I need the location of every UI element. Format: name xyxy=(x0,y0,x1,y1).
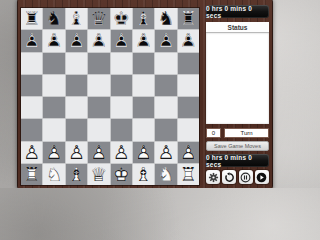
square-g8[interactable]: ♞♘ xyxy=(155,8,176,29)
white-knight[interactable]: ♞♘ xyxy=(43,164,64,185)
square-c7[interactable]: ♟♙ xyxy=(66,30,87,51)
square-b8[interactable]: ♞♘ xyxy=(43,8,64,29)
black-pawn[interactable]: ♟♙ xyxy=(66,30,87,51)
square-h1[interactable]: ♜♖ xyxy=(178,164,199,185)
black-pawn[interactable]: ♟♙ xyxy=(43,30,64,51)
square-c5[interactable] xyxy=(66,75,87,96)
square-f4[interactable] xyxy=(133,97,154,118)
square-d1[interactable]: ♛♕ xyxy=(88,164,109,185)
square-e1[interactable]: ♚♔ xyxy=(111,164,132,185)
square-d8[interactable]: ♛♕ xyxy=(88,8,109,29)
square-h2[interactable]: ♟♙ xyxy=(178,142,199,163)
square-h4[interactable] xyxy=(178,97,199,118)
square-f2[interactable]: ♟♙ xyxy=(133,142,154,163)
square-a6[interactable] xyxy=(21,53,42,74)
square-e8[interactable]: ♚♔ xyxy=(111,8,132,29)
square-h5[interactable] xyxy=(178,75,199,96)
white-pawn[interactable]: ♟♙ xyxy=(133,142,154,163)
square-g2[interactable]: ♟♙ xyxy=(155,142,176,163)
white-king[interactable]: ♚♔ xyxy=(111,164,132,185)
black-pawn[interactable]: ♟♙ xyxy=(88,30,109,51)
white-rook[interactable]: ♜♖ xyxy=(21,164,42,185)
play-button[interactable] xyxy=(255,170,269,184)
square-g1[interactable]: ♞♘ xyxy=(155,164,176,185)
chess-board: ♜♖♞♘♝♗♛♕♚♔♝♗♞♘♜♖♟♙♟♙♟♙♟♙♟♙♟♙♟♙♟♙♟♙♟♙♟♙♟♙… xyxy=(21,8,199,185)
white-bishop[interactable]: ♝♗ xyxy=(66,164,87,185)
square-h8[interactable]: ♜♖ xyxy=(178,8,199,29)
square-c6[interactable] xyxy=(66,53,87,74)
settings-button[interactable] xyxy=(206,170,220,184)
square-b3[interactable] xyxy=(43,119,64,140)
move-count-box: 0 xyxy=(206,128,221,138)
square-b6[interactable] xyxy=(43,53,64,74)
square-a1[interactable]: ♜♖ xyxy=(21,164,42,185)
white-rook[interactable]: ♜♖ xyxy=(178,164,199,185)
square-d6[interactable] xyxy=(88,53,109,74)
white-pawn[interactable]: ♟♙ xyxy=(178,142,199,163)
white-pawn[interactable]: ♟♙ xyxy=(21,142,42,163)
square-c3[interactable] xyxy=(66,119,87,140)
square-f8[interactable]: ♝♗ xyxy=(133,8,154,29)
square-e2[interactable]: ♟♙ xyxy=(111,142,132,163)
square-h7[interactable]: ♟♙ xyxy=(178,30,199,51)
square-b2[interactable]: ♟♙ xyxy=(43,142,64,163)
white-pawn[interactable]: ♟♙ xyxy=(88,142,109,163)
black-knight[interactable]: ♞♘ xyxy=(155,8,176,29)
square-h6[interactable] xyxy=(178,53,199,74)
square-d7[interactable]: ♟♙ xyxy=(88,30,109,51)
black-rook[interactable]: ♜♖ xyxy=(178,8,199,29)
status-header: Status xyxy=(206,22,269,33)
square-e5[interactable] xyxy=(111,75,132,96)
white-bishop[interactable]: ♝♗ xyxy=(133,164,154,185)
white-pawn[interactable]: ♟♙ xyxy=(155,142,176,163)
square-a4[interactable] xyxy=(21,97,42,118)
chess-app-window: ♜♖♞♘♝♗♛♕♚♔♝♗♞♘♜♖♟♙♟♙♟♙♟♙♟♙♟♙♟♙♟♙♟♙♟♙♟♙♟♙… xyxy=(17,0,273,188)
square-d2[interactable]: ♟♙ xyxy=(88,142,109,163)
white-timer-button[interactable]: 0 hrs 0 mins 0 secs xyxy=(206,5,269,18)
black-pawn[interactable]: ♟♙ xyxy=(178,30,199,51)
black-pawn[interactable]: ♟♙ xyxy=(111,30,132,51)
square-a7[interactable]: ♟♙ xyxy=(21,30,42,51)
status-log xyxy=(206,33,269,124)
restart-button[interactable] xyxy=(222,170,236,184)
save-game-moves-button[interactable]: Save Game Moves xyxy=(206,141,269,151)
white-knight[interactable]: ♞♘ xyxy=(155,164,176,185)
square-e4[interactable] xyxy=(111,97,132,118)
play-icon xyxy=(256,172,267,183)
pause-icon xyxy=(240,172,251,183)
black-knight[interactable]: ♞♘ xyxy=(43,8,64,29)
square-e3[interactable] xyxy=(111,119,132,140)
white-pawn[interactable]: ♟♙ xyxy=(111,142,132,163)
black-bishop[interactable]: ♝♗ xyxy=(66,8,87,29)
pause-button[interactable] xyxy=(239,170,253,184)
black-bishop[interactable]: ♝♗ xyxy=(133,8,154,29)
square-a8[interactable]: ♜♖ xyxy=(21,8,42,29)
square-c4[interactable] xyxy=(66,97,87,118)
square-a5[interactable] xyxy=(21,75,42,96)
black-pawn[interactable]: ♟♙ xyxy=(21,30,42,51)
white-queen[interactable]: ♛♕ xyxy=(88,164,109,185)
square-f5[interactable] xyxy=(133,75,154,96)
square-f6[interactable] xyxy=(133,53,154,74)
square-g3[interactable] xyxy=(155,119,176,140)
square-b5[interactable] xyxy=(43,75,64,96)
turn-row: 0 Turn xyxy=(206,128,269,138)
square-f7[interactable]: ♟♙ xyxy=(133,30,154,51)
square-d3[interactable] xyxy=(88,119,109,140)
square-c2[interactable]: ♟♙ xyxy=(66,142,87,163)
square-f1[interactable]: ♝♗ xyxy=(133,164,154,185)
black-pawn[interactable]: ♟♙ xyxy=(133,30,154,51)
square-b4[interactable] xyxy=(43,97,64,118)
square-f3[interactable] xyxy=(133,119,154,140)
square-b1[interactable]: ♞♘ xyxy=(43,164,64,185)
square-a2[interactable]: ♟♙ xyxy=(21,142,42,163)
square-d5[interactable] xyxy=(88,75,109,96)
square-b7[interactable]: ♟♙ xyxy=(43,30,64,51)
turn-indicator: Turn xyxy=(224,128,269,138)
black-pawn[interactable]: ♟♙ xyxy=(155,30,176,51)
black-rook[interactable]: ♜♖ xyxy=(21,8,42,29)
black-queen[interactable]: ♛♕ xyxy=(88,8,109,29)
black-timer-button[interactable]: 0 hrs 0 mins 0 secs xyxy=(206,154,269,167)
square-h3[interactable] xyxy=(178,119,199,140)
gear-icon xyxy=(208,172,219,183)
white-pawn[interactable]: ♟♙ xyxy=(43,142,64,163)
white-pawn[interactable]: ♟♙ xyxy=(66,142,87,163)
square-g5[interactable] xyxy=(155,75,176,96)
square-g4[interactable] xyxy=(155,97,176,118)
square-e7[interactable]: ♟♙ xyxy=(111,30,132,51)
square-c1[interactable]: ♝♗ xyxy=(66,164,87,185)
square-d4[interactable] xyxy=(88,97,109,118)
sidebar: 0 hrs 0 mins 0 secs Status 0 Turn Save G… xyxy=(206,5,269,185)
black-king[interactable]: ♚♔ xyxy=(111,8,132,29)
square-c8[interactable]: ♝♗ xyxy=(66,8,87,29)
square-g7[interactable]: ♟♙ xyxy=(155,30,176,51)
square-a3[interactable] xyxy=(21,119,42,140)
square-g6[interactable] xyxy=(155,53,176,74)
refresh-icon xyxy=(224,172,235,183)
square-e6[interactable] xyxy=(111,53,132,74)
control-buttons xyxy=(206,170,269,185)
